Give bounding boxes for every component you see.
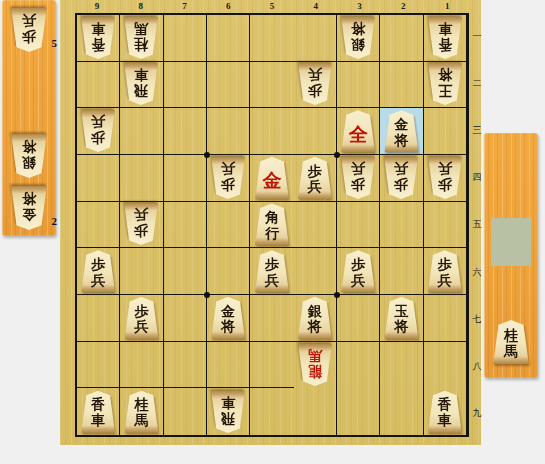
piece-kanji: 歩兵 bbox=[22, 13, 36, 47]
piece-sente[interactable]: 桂馬 bbox=[492, 320, 530, 364]
square-3-8[interactable] bbox=[337, 342, 380, 389]
square-8-8[interactable] bbox=[120, 342, 163, 389]
square-3-5[interactable] bbox=[337, 202, 380, 249]
square-1-1[interactable]: 香車 bbox=[424, 15, 467, 62]
piece-kanji: 龍馬 bbox=[308, 348, 322, 382]
square-4-9[interactable] bbox=[294, 388, 337, 435]
piece-kanji: 全 bbox=[349, 118, 368, 145]
square-5-7[interactable] bbox=[250, 295, 293, 342]
square-8-4[interactable] bbox=[120, 155, 163, 202]
piece-gote[interactable]: 王将 bbox=[427, 63, 463, 105]
piece-gote[interactable]: 香車 bbox=[80, 17, 116, 59]
piece-kanji: 歩兵 bbox=[221, 161, 235, 195]
square-6-3[interactable] bbox=[207, 108, 250, 155]
piece-sente[interactable]: 歩兵 bbox=[340, 250, 376, 292]
square-9-3[interactable]: 歩兵 bbox=[77, 108, 120, 155]
rank-label-6: 六 bbox=[472, 249, 482, 296]
rank-label-9: 九 bbox=[472, 390, 482, 437]
square-9-7[interactable] bbox=[77, 295, 120, 342]
piece-sente[interactable]: 歩兵 bbox=[123, 297, 159, 339]
piece-kanji: 歩兵 bbox=[134, 207, 148, 241]
square-6-7[interactable]: 金将 bbox=[207, 295, 250, 342]
square-1-5[interactable] bbox=[424, 202, 467, 249]
square-9-6[interactable]: 歩兵 bbox=[77, 248, 120, 295]
hand-count: 2 bbox=[52, 215, 58, 227]
square-2-5[interactable] bbox=[380, 202, 423, 249]
piece-sente[interactable]: 銀将 bbox=[297, 297, 333, 339]
square-7-8[interactable] bbox=[164, 342, 207, 389]
piece-kanji: 金将 bbox=[221, 301, 235, 335]
square-8-1[interactable]: 桂馬 bbox=[120, 15, 163, 62]
piece-kanji: 歩兵 bbox=[308, 161, 322, 195]
piece-sente[interactable]: 金将 bbox=[383, 110, 419, 152]
rank-label-1: 一 bbox=[472, 13, 482, 60]
square-4-7[interactable]: 銀将 bbox=[294, 295, 337, 342]
piece-gote[interactable]: 歩兵 bbox=[123, 203, 159, 245]
square-2-4[interactable]: 歩兵 bbox=[380, 155, 423, 202]
piece-kanji: 金 bbox=[262, 164, 281, 191]
piece-sente[interactable]: 角行 bbox=[254, 203, 290, 245]
square-9-1[interactable]: 香車 bbox=[77, 15, 120, 62]
file-label-8: 8 bbox=[119, 1, 163, 12]
square-2-3[interactable]: 金将 bbox=[380, 108, 423, 155]
square-3-2[interactable] bbox=[337, 62, 380, 109]
piece-kanji: 飛車 bbox=[134, 67, 148, 101]
piece-kanji: 香車 bbox=[438, 21, 452, 55]
piece-sente[interactable]: 全 bbox=[340, 110, 376, 152]
piece-gote[interactable]: 歩兵 bbox=[297, 63, 333, 105]
hand-count: 5 bbox=[52, 37, 58, 49]
piece-gote[interactable]: 飛車 bbox=[123, 63, 159, 105]
file-label-5: 5 bbox=[250, 1, 294, 12]
piece-gote[interactable]: 歩兵 bbox=[383, 157, 419, 199]
piece-kanji: 香車 bbox=[438, 394, 452, 428]
square-7-5[interactable] bbox=[164, 202, 207, 249]
piece-gote[interactable]: 歩兵 bbox=[10, 8, 48, 52]
star-point bbox=[204, 292, 210, 298]
square-5-1[interactable] bbox=[250, 15, 293, 62]
square-4-3[interactable] bbox=[294, 108, 337, 155]
square-8-9[interactable]: 桂馬 bbox=[120, 388, 163, 435]
square-4-1[interactable] bbox=[294, 15, 337, 62]
piece-gote[interactable]: 銀将 bbox=[10, 134, 48, 178]
piece-kanji: 銀将 bbox=[351, 21, 365, 55]
square-7-2[interactable] bbox=[164, 62, 207, 109]
piece-gote[interactable]: 歩兵 bbox=[210, 157, 246, 199]
hand-piece-sente[interactable]: 桂馬 bbox=[492, 320, 530, 364]
piece-kanji: 角行 bbox=[265, 207, 279, 241]
rank-labels: 一二三四五六七八九 bbox=[472, 13, 482, 437]
square-4-6[interactable] bbox=[294, 248, 337, 295]
piece-kanji: 飛車 bbox=[221, 394, 235, 428]
square-4-5[interactable] bbox=[294, 202, 337, 249]
square-1-2[interactable]: 王将 bbox=[424, 62, 467, 109]
square-9-8[interactable] bbox=[77, 342, 120, 389]
rank-label-4: 四 bbox=[472, 154, 482, 201]
square-6-1[interactable] bbox=[207, 15, 250, 62]
square-8-2[interactable]: 飛車 bbox=[120, 62, 163, 109]
square-1-9[interactable]: 香車 bbox=[424, 388, 467, 435]
piece-sente[interactable]: 歩兵 bbox=[427, 250, 463, 292]
square-6-9[interactable]: 飛車 bbox=[207, 388, 250, 435]
square-7-3[interactable] bbox=[164, 108, 207, 155]
piece-kanji: 歩兵 bbox=[351, 161, 365, 195]
square-1-7[interactable] bbox=[424, 295, 467, 342]
file-label-1: 1 bbox=[425, 1, 469, 12]
square-6-4[interactable]: 歩兵 bbox=[207, 155, 250, 202]
piece-kanji: 歩兵 bbox=[438, 254, 452, 288]
piece-kanji: 銀将 bbox=[22, 139, 36, 173]
board-panel: 987654321 一二三四五六七八九 香車桂馬銀将香車飛車歩兵王将歩兵全金将歩… bbox=[60, 0, 481, 445]
square-6-6[interactable] bbox=[207, 248, 250, 295]
piece-kanji: 歩兵 bbox=[91, 254, 105, 288]
square-4-2[interactable]: 歩兵 bbox=[294, 62, 337, 109]
file-label-9: 9 bbox=[75, 1, 119, 12]
piece-kanji: 歩兵 bbox=[91, 114, 105, 148]
square-7-9[interactable] bbox=[164, 388, 207, 435]
square-5-8[interactable] bbox=[250, 342, 293, 389]
square-3-4[interactable]: 歩兵 bbox=[337, 155, 380, 202]
piece-kanji: 香車 bbox=[91, 21, 105, 55]
square-2-6[interactable] bbox=[380, 248, 423, 295]
square-5-3[interactable] bbox=[250, 108, 293, 155]
piece-kanji: 金将 bbox=[394, 114, 408, 148]
piece-gote[interactable]: 金将 bbox=[10, 186, 48, 230]
square-5-6[interactable]: 歩兵 bbox=[250, 248, 293, 295]
gote-hand-stand: 歩兵5銀将金将2 bbox=[2, 0, 56, 236]
piece-kanji: 玉将 bbox=[394, 301, 408, 335]
shogi-app: 歩兵5銀将金将2 987654321 一二三四五六七八九 香車桂馬銀将香車飛車歩… bbox=[0, 0, 545, 464]
square-5-4[interactable]: 金 bbox=[250, 155, 293, 202]
hand-piece-gote[interactable]: 金将2 bbox=[10, 186, 48, 230]
piece-gote[interactable]: 歩兵 bbox=[340, 157, 376, 199]
piece-sente[interactable]: 香車 bbox=[80, 391, 116, 433]
square-7-7[interactable] bbox=[164, 295, 207, 342]
file-label-6: 6 bbox=[206, 1, 250, 12]
square-7-6[interactable] bbox=[164, 248, 207, 295]
square-3-6[interactable]: 歩兵 bbox=[337, 248, 380, 295]
piece-sente[interactable]: 金 bbox=[254, 157, 290, 199]
square-5-9[interactable] bbox=[250, 388, 293, 435]
piece-kanji: 歩兵 bbox=[308, 67, 322, 101]
piece-kanji: 銀将 bbox=[308, 301, 322, 335]
piece-kanji: 歩兵 bbox=[394, 161, 408, 195]
square-3-9[interactable] bbox=[337, 388, 380, 435]
piece-gote[interactable]: 龍馬 bbox=[297, 344, 333, 386]
piece-kanji: 王将 bbox=[438, 67, 452, 101]
square-1-6[interactable]: 歩兵 bbox=[424, 248, 467, 295]
square-1-8[interactable] bbox=[424, 342, 467, 389]
rank-label-3: 三 bbox=[472, 107, 482, 154]
square-2-2[interactable] bbox=[380, 62, 423, 109]
piece-sente[interactable]: 桂馬 bbox=[123, 391, 159, 433]
piece-kanji: 桂馬 bbox=[504, 325, 518, 359]
shogi-board-grid: 香車桂馬銀将香車飛車歩兵王将歩兵全金将歩兵金歩兵歩兵歩兵歩兵歩兵角行歩兵歩兵歩兵… bbox=[75, 13, 469, 437]
square-9-9[interactable]: 香車 bbox=[77, 388, 120, 435]
hand-piece-gote[interactable]: 歩兵5 bbox=[10, 8, 48, 52]
star-point bbox=[334, 292, 340, 298]
rank-label-5: 五 bbox=[472, 201, 482, 248]
square-5-2[interactable] bbox=[250, 62, 293, 109]
file-label-7: 7 bbox=[163, 1, 207, 12]
piece-kanji: 歩兵 bbox=[265, 254, 279, 288]
piece-sente[interactable]: 金将 bbox=[210, 297, 246, 339]
piece-gote[interactable]: 飛車 bbox=[210, 391, 246, 433]
square-4-8[interactable]: 龍馬 bbox=[294, 342, 337, 389]
piece-sente[interactable]: 香車 bbox=[427, 391, 463, 433]
square-8-6[interactable] bbox=[120, 248, 163, 295]
square-8-7[interactable]: 歩兵 bbox=[120, 295, 163, 342]
hand-piece-gote[interactable]: 銀将 bbox=[10, 134, 48, 178]
sente-hand-stand: 桂馬 bbox=[484, 133, 538, 378]
square-9-2[interactable] bbox=[77, 62, 120, 109]
rank-label-2: 二 bbox=[472, 60, 482, 107]
piece-sente[interactable]: 玉将 bbox=[383, 297, 419, 339]
piece-gote[interactable]: 歩兵 bbox=[427, 157, 463, 199]
piece-gote[interactable]: 香車 bbox=[427, 17, 463, 59]
piece-gote[interactable]: 桂馬 bbox=[123, 17, 159, 59]
square-8-5[interactable]: 歩兵 bbox=[120, 202, 163, 249]
square-2-7[interactable]: 玉将 bbox=[380, 295, 423, 342]
file-label-4: 4 bbox=[294, 1, 338, 12]
piece-gote[interactable]: 歩兵 bbox=[80, 110, 116, 152]
file-label-2: 2 bbox=[381, 1, 425, 12]
square-6-5[interactable] bbox=[207, 202, 250, 249]
square-7-1[interactable] bbox=[164, 15, 207, 62]
square-2-8[interactable] bbox=[380, 342, 423, 389]
square-5-5[interactable]: 角行 bbox=[250, 202, 293, 249]
square-9-5[interactable] bbox=[77, 202, 120, 249]
file-label-3: 3 bbox=[338, 1, 382, 12]
piece-kanji: 桂馬 bbox=[134, 394, 148, 428]
piece-gote[interactable]: 銀将 bbox=[340, 17, 376, 59]
file-labels: 987654321 bbox=[75, 1, 469, 12]
square-2-1[interactable] bbox=[380, 15, 423, 62]
piece-kanji: 桂馬 bbox=[134, 21, 148, 55]
square-6-8[interactable] bbox=[207, 342, 250, 389]
piece-kanji: 歩兵 bbox=[134, 301, 148, 335]
square-4-4[interactable]: 歩兵 bbox=[294, 155, 337, 202]
square-8-3[interactable] bbox=[120, 108, 163, 155]
piece-kanji: 香車 bbox=[91, 394, 105, 428]
piece-kanji: 歩兵 bbox=[351, 254, 365, 288]
square-1-3[interactable] bbox=[424, 108, 467, 155]
piece-kanji: 金将 bbox=[22, 191, 36, 225]
rank-label-7: 七 bbox=[472, 296, 482, 343]
square-7-4[interactable] bbox=[164, 155, 207, 202]
square-3-1[interactable]: 銀将 bbox=[337, 15, 380, 62]
piece-sente[interactable]: 歩兵 bbox=[80, 250, 116, 292]
square-1-4[interactable]: 歩兵 bbox=[424, 155, 467, 202]
square-3-3[interactable]: 全 bbox=[337, 108, 380, 155]
piece-sente[interactable]: 歩兵 bbox=[254, 250, 290, 292]
rank-label-8: 八 bbox=[472, 343, 482, 390]
square-2-9[interactable] bbox=[380, 388, 423, 435]
piece-sente[interactable]: 歩兵 bbox=[297, 157, 333, 199]
square-9-4[interactable] bbox=[77, 155, 120, 202]
square-3-7[interactable] bbox=[337, 295, 380, 342]
hand-slot-highlight bbox=[491, 218, 531, 266]
piece-kanji: 歩兵 bbox=[438, 161, 452, 195]
square-6-2[interactable] bbox=[207, 62, 250, 109]
